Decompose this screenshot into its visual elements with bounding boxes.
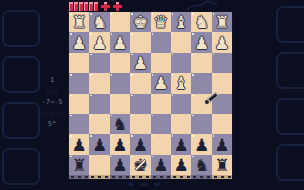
square-h6[interactable]: [212, 53, 232, 73]
board-edge-segment: [69, 175, 89, 179]
health-cross-icon: [101, 2, 110, 11]
square-c2[interactable]: ♟: [110, 134, 130, 154]
black-knight-c3: ♞: [112, 114, 127, 134]
square-a1[interactable]: ♜: [69, 155, 89, 175]
square-c6[interactable]: [110, 53, 130, 73]
square-a5[interactable]: [69, 73, 89, 93]
square-c7[interactable]: ♟: [110, 32, 130, 52]
square-e8[interactable]: ♛: [151, 12, 171, 32]
square-e1[interactable]: ♟: [151, 155, 171, 175]
weapon-stats-panel: 1DMG-7→-5SPREAD5°: [30, 75, 74, 130]
white-bishop-f5: ♝: [174, 73, 189, 93]
square-g8[interactable]: ♞: [191, 12, 211, 32]
square-e3[interactable]: [151, 114, 171, 134]
square-d4[interactable]: [130, 94, 150, 114]
square-f5[interactable]: ♝: [171, 73, 191, 93]
stat-label-faint: DMG: [30, 86, 74, 97]
stat-value: 1: [30, 75, 74, 86]
square-a6[interactable]: [69, 53, 89, 73]
square-a8[interactable]: ♜: [69, 12, 89, 32]
background-chalk-doodle: [185, 0, 219, 12]
square-d7[interactable]: [130, 32, 150, 52]
square-f8[interactable]: ♝: [171, 12, 191, 32]
black-pawn-a2: ♟: [72, 135, 87, 155]
stat-label-faint: SPREAD: [30, 108, 74, 119]
square-c3[interactable]: ♞: [110, 114, 130, 134]
square-b1[interactable]: [89, 155, 109, 175]
black-pawn-c2: ♟: [112, 135, 127, 155]
square-f7[interactable]: [171, 32, 191, 52]
white-rook-a8: ♜: [72, 12, 87, 32]
card-slot-outline: [276, 52, 304, 89]
white-rook-h8: ♜: [214, 12, 229, 32]
square-a7[interactable]: ♟: [69, 32, 89, 52]
square-b8[interactable]: ♞: [89, 12, 109, 32]
square-e2[interactable]: [151, 134, 171, 154]
square-h7[interactable]: ♟: [212, 32, 232, 52]
white-pawn-e5: ♟: [153, 73, 168, 93]
white-pawn-d6: ♟: [133, 53, 148, 73]
square-e5[interactable]: ♟: [151, 73, 171, 93]
white-bishop-f8: ♝: [174, 12, 189, 32]
square-e7[interactable]: [151, 32, 171, 52]
white-pawn-a7: ♟: [72, 33, 87, 53]
square-c1[interactable]: ♟: [110, 155, 130, 175]
square-b4[interactable]: [89, 94, 109, 114]
square-g1[interactable]: ♞: [191, 155, 211, 175]
square-h2[interactable]: ♟: [212, 134, 232, 154]
square-h8[interactable]: ♜: [212, 12, 232, 32]
black-pawn-c1: ♟: [112, 155, 127, 175]
square-f2[interactable]: ♟: [171, 134, 191, 154]
card-slot-outline: [276, 98, 304, 135]
square-a2[interactable]: ♟: [69, 134, 89, 154]
square-b7[interactable]: ♟: [89, 32, 109, 52]
health-cross-icon: [113, 2, 122, 11]
white-queen-e8: ♛: [153, 12, 168, 32]
background-chalk-marks: [128, 183, 168, 186]
square-h3[interactable]: [212, 114, 232, 134]
flying-shotgun-sprite: [202, 90, 220, 106]
square-d1[interactable]: ♚: [130, 155, 150, 175]
board-edge-segment: [110, 175, 130, 179]
square-h1[interactable]: ♜: [212, 155, 232, 175]
square-g7[interactable]: ♟: [191, 32, 211, 52]
square-c8[interactable]: [110, 12, 130, 32]
square-d6[interactable]: ♟: [130, 53, 150, 73]
card-slot-outline: [2, 148, 40, 185]
black-knight-g1: ♞: [194, 155, 209, 175]
black-rook-h1: ♜: [214, 155, 229, 175]
square-e6[interactable]: [151, 53, 171, 73]
ammo-bar: [69, 2, 122, 12]
black-pawn-f2: ♟: [174, 135, 189, 155]
card-slot-outline: [276, 6, 304, 43]
square-c5[interactable]: [110, 73, 130, 93]
black-pawn-d2: ♟: [133, 135, 148, 155]
square-b3[interactable]: [89, 114, 109, 134]
square-f1[interactable]: ♟: [171, 155, 191, 175]
square-a4[interactable]: [69, 94, 89, 114]
black-pawn-f1: ♟: [174, 155, 189, 175]
square-d8[interactable]: ♚: [130, 12, 150, 32]
black-pawn-h2: ♟: [214, 135, 229, 155]
board-edge-segment: [130, 175, 150, 179]
square-d2[interactable]: ♟: [130, 134, 150, 154]
square-g2[interactable]: ♟: [191, 134, 211, 154]
board-edge-segment: [89, 175, 109, 179]
white-pawn-g7: ♟: [194, 33, 209, 53]
square-d5[interactable]: [130, 73, 150, 93]
white-king-d8: ♚: [133, 12, 148, 32]
white-knight-g8: ♞: [194, 12, 209, 32]
square-a3[interactable]: [69, 114, 89, 134]
square-d3[interactable]: [130, 114, 150, 134]
black-pawn-g2: ♟: [194, 135, 209, 155]
white-knight-b8: ♞: [92, 12, 107, 32]
board-edge-segment: [212, 175, 232, 179]
card-slot-outline: [276, 144, 304, 181]
black-rook-a1: ♜: [72, 155, 87, 175]
square-g6[interactable]: [191, 53, 211, 73]
square-e4[interactable]: [151, 94, 171, 114]
board-edge-segment: [171, 175, 191, 179]
square-f3[interactable]: [171, 114, 191, 134]
white-pawn-c7: ♟: [112, 33, 127, 53]
game-screen: 1DMG-7→-5SPREAD5° ♜♞♚♛♝♞♜♟♟♟♟♟♟♟♝♞♟♟♟♟♟♟…: [0, 0, 304, 190]
board-edge-segment: [191, 175, 211, 179]
white-pawn-b7: ♟: [92, 33, 107, 53]
square-f6[interactable]: [171, 53, 191, 73]
square-c4[interactable]: [110, 94, 130, 114]
white-pawn-h7: ♟: [214, 33, 229, 53]
board-bottom-edge: [69, 175, 232, 179]
square-f4[interactable]: [171, 94, 191, 114]
square-b6[interactable]: [89, 53, 109, 73]
black-pawn-e1: ♟: [153, 155, 168, 175]
black-pawn-b2: ♟: [92, 135, 107, 155]
stat-value: -7→-5: [30, 97, 74, 108]
square-b5[interactable]: [89, 73, 109, 93]
square-b2[interactable]: ♟: [89, 134, 109, 154]
card-slot-outline: [2, 10, 40, 47]
shotgun-drum: [204, 99, 210, 105]
board-edge-segment: [151, 175, 171, 179]
square-g3[interactable]: [191, 114, 211, 134]
stat-value: 5°: [30, 119, 74, 130]
